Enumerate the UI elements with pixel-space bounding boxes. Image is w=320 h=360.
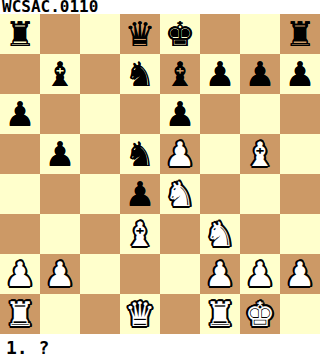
square-a1[interactable]: ♜ (0, 294, 40, 334)
square-g6[interactable] (240, 94, 280, 134)
square-e5[interactable]: ♟ (160, 134, 200, 174)
piece-black-pawn: ♟ (5, 94, 35, 134)
square-c8[interactable] (80, 14, 120, 54)
piece-black-pawn: ♟ (45, 134, 75, 174)
square-h8[interactable]: ♜ (280, 14, 320, 54)
piece-white-knight: ♞ (205, 214, 235, 254)
square-d4[interactable]: ♟ (120, 174, 160, 214)
square-b4[interactable] (40, 174, 80, 214)
square-e4[interactable]: ♞ (160, 174, 200, 214)
square-e8[interactable]: ♚ (160, 14, 200, 54)
piece-white-bishop: ♝ (125, 214, 155, 254)
square-h2[interactable]: ♟ (280, 254, 320, 294)
square-h3[interactable] (280, 214, 320, 254)
square-d3[interactable]: ♝ (120, 214, 160, 254)
piece-white-knight: ♞ (165, 174, 195, 214)
square-g2[interactable]: ♟ (240, 254, 280, 294)
piece-white-rook: ♜ (205, 294, 235, 334)
square-b1[interactable] (40, 294, 80, 334)
square-g7[interactable]: ♟ (240, 54, 280, 94)
piece-black-queen: ♛ (125, 14, 155, 54)
piece-black-bishop: ♝ (165, 54, 195, 94)
square-g8[interactable] (240, 14, 280, 54)
square-g4[interactable] (240, 174, 280, 214)
square-f2[interactable]: ♟ (200, 254, 240, 294)
square-f5[interactable] (200, 134, 240, 174)
square-g1[interactable]: ♚ (240, 294, 280, 334)
square-b2[interactable]: ♟ (40, 254, 80, 294)
piece-black-pawn: ♟ (245, 54, 275, 94)
square-a8[interactable]: ♜ (0, 14, 40, 54)
square-a2[interactable]: ♟ (0, 254, 40, 294)
square-a7[interactable] (0, 54, 40, 94)
square-f8[interactable] (200, 14, 240, 54)
square-c7[interactable] (80, 54, 120, 94)
piece-black-pawn: ♟ (165, 94, 195, 134)
piece-black-pawn: ♟ (285, 54, 315, 94)
square-a6[interactable]: ♟ (0, 94, 40, 134)
square-b5[interactable]: ♟ (40, 134, 80, 174)
square-e7[interactable]: ♝ (160, 54, 200, 94)
chess-board: ♜♛♚♜♝♞♝♟♟♟♟♟♟♞♟♝♟♞♝♞♟♟♟♟♟♜♛♜♚ (0, 14, 320, 334)
square-e3[interactable] (160, 214, 200, 254)
piece-white-pawn: ♟ (245, 254, 275, 294)
piece-white-rook: ♜ (5, 294, 35, 334)
square-d7[interactable]: ♞ (120, 54, 160, 94)
square-g3[interactable] (240, 214, 280, 254)
piece-white-queen: ♛ (125, 294, 155, 334)
piece-white-pawn: ♟ (205, 254, 235, 294)
square-d5[interactable]: ♞ (120, 134, 160, 174)
square-c5[interactable] (80, 134, 120, 174)
square-f6[interactable] (200, 94, 240, 134)
piece-white-king: ♚ (245, 294, 275, 334)
piece-black-pawn: ♟ (205, 54, 235, 94)
piece-white-pawn: ♟ (285, 254, 315, 294)
square-h7[interactable]: ♟ (280, 54, 320, 94)
piece-black-knight: ♞ (125, 54, 155, 94)
move-prompt: 1. ? (0, 334, 320, 360)
square-e6[interactable]: ♟ (160, 94, 200, 134)
chess-position-viewer: WCSAC.0110 ♜♛♚♜♝♞♝♟♟♟♟♟♟♞♟♝♟♞♝♞♟♟♟♟♟♜♛♜♚… (0, 0, 320, 360)
piece-white-bishop: ♝ (245, 134, 275, 174)
square-c1[interactable] (80, 294, 120, 334)
square-c3[interactable] (80, 214, 120, 254)
square-f3[interactable]: ♞ (200, 214, 240, 254)
square-b3[interactable] (40, 214, 80, 254)
piece-white-pawn: ♟ (45, 254, 75, 294)
square-h4[interactable] (280, 174, 320, 214)
square-a3[interactable] (0, 214, 40, 254)
square-d6[interactable] (120, 94, 160, 134)
square-e1[interactable] (160, 294, 200, 334)
piece-white-pawn: ♟ (165, 134, 195, 174)
square-h5[interactable] (280, 134, 320, 174)
position-id: WCSAC.0110 (0, 0, 320, 14)
square-f4[interactable] (200, 174, 240, 214)
square-d2[interactable] (120, 254, 160, 294)
square-c4[interactable] (80, 174, 120, 214)
square-b7[interactable]: ♝ (40, 54, 80, 94)
piece-black-king: ♚ (165, 14, 195, 54)
piece-black-bishop: ♝ (45, 54, 75, 94)
square-h1[interactable] (280, 294, 320, 334)
square-c6[interactable] (80, 94, 120, 134)
square-c2[interactable] (80, 254, 120, 294)
piece-black-pawn: ♟ (125, 174, 155, 214)
piece-black-rook: ♜ (5, 14, 35, 54)
square-f1[interactable]: ♜ (200, 294, 240, 334)
square-d1[interactable]: ♛ (120, 294, 160, 334)
square-a4[interactable] (0, 174, 40, 214)
square-b6[interactable] (40, 94, 80, 134)
square-f7[interactable]: ♟ (200, 54, 240, 94)
square-h6[interactable] (280, 94, 320, 134)
square-d8[interactable]: ♛ (120, 14, 160, 54)
piece-white-pawn: ♟ (5, 254, 35, 294)
square-a5[interactable] (0, 134, 40, 174)
square-e2[interactable] (160, 254, 200, 294)
piece-black-rook: ♜ (285, 14, 315, 54)
square-b8[interactable] (40, 14, 80, 54)
piece-black-knight: ♞ (125, 134, 155, 174)
square-g5[interactable]: ♝ (240, 134, 280, 174)
